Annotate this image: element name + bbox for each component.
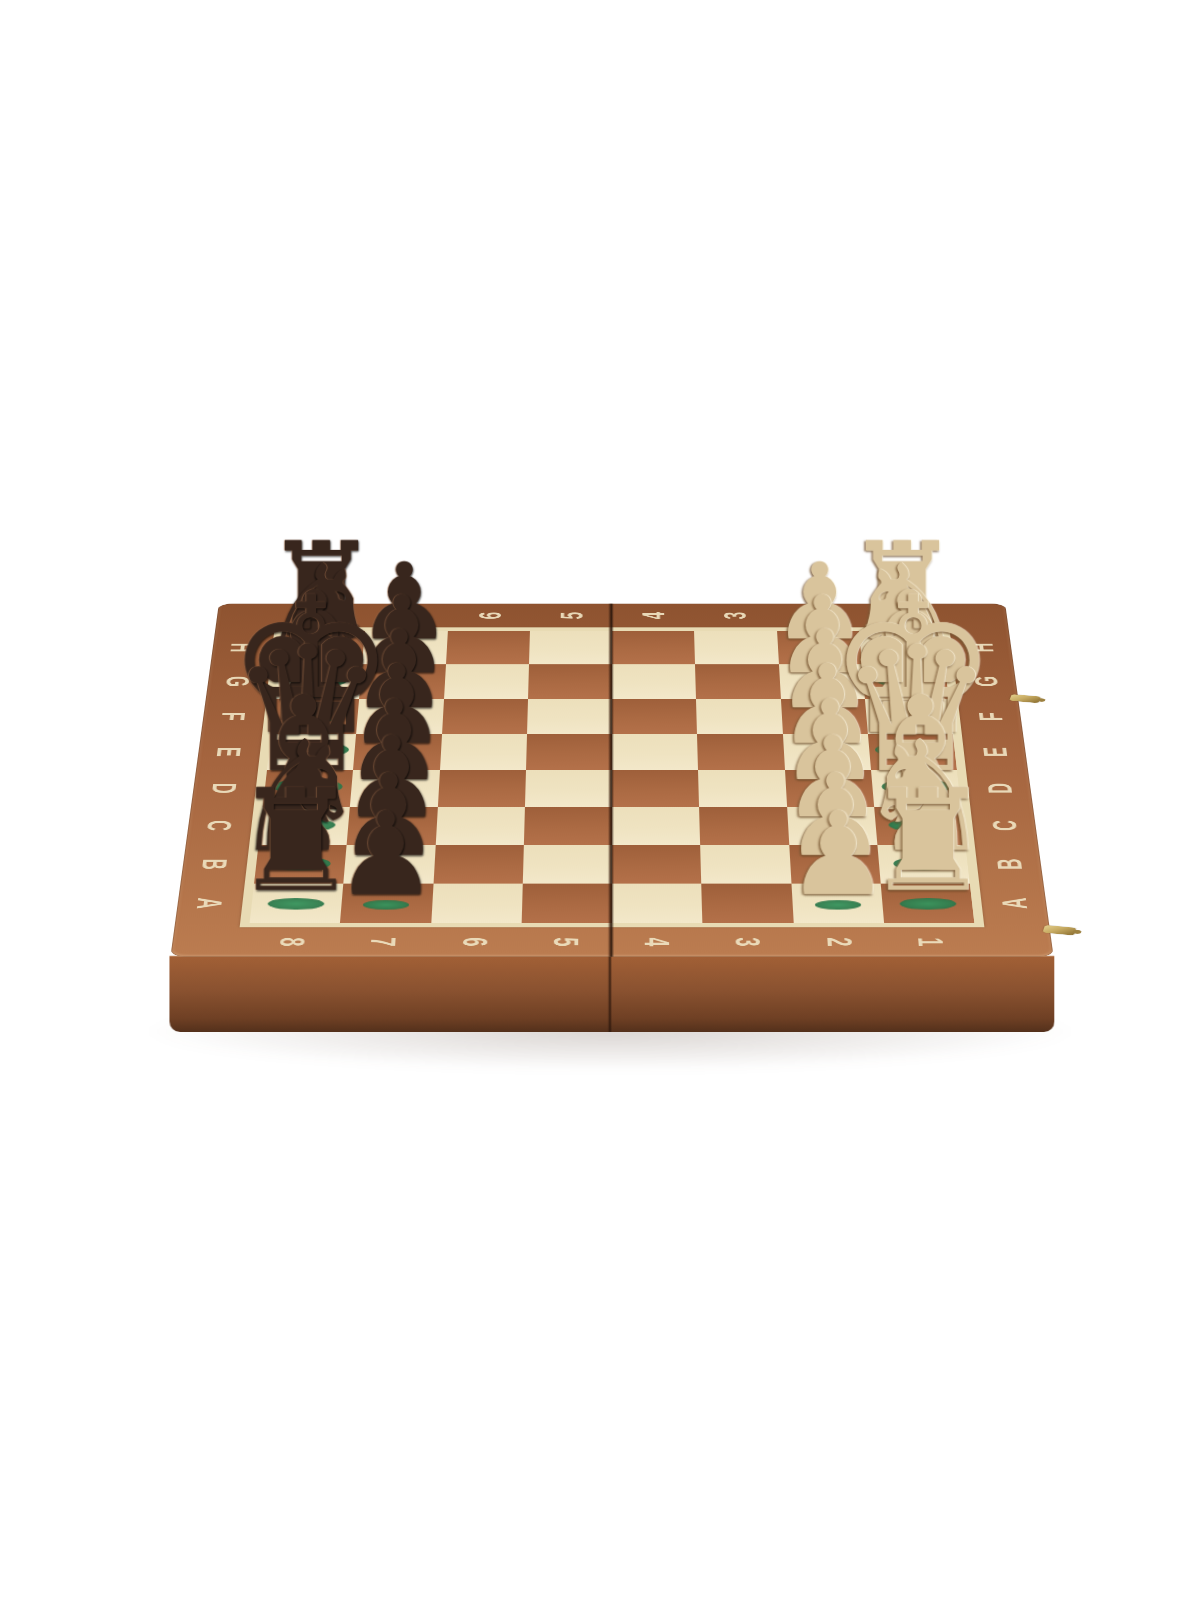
square-g7 bbox=[359, 664, 445, 698]
square-h7 bbox=[362, 631, 447, 665]
square-f7 bbox=[356, 699, 443, 734]
square-a8 bbox=[250, 883, 344, 923]
square-a6 bbox=[431, 883, 523, 923]
square-a3 bbox=[701, 883, 793, 923]
square-e1 bbox=[868, 734, 957, 770]
square-b8 bbox=[254, 845, 347, 884]
box-front-face bbox=[169, 956, 1054, 1032]
square-f5 bbox=[527, 699, 612, 734]
square-h4 bbox=[612, 631, 695, 665]
label-top-1: 1 bbox=[882, 609, 916, 622]
square-g2 bbox=[778, 664, 864, 698]
square-h3 bbox=[694, 631, 778, 665]
label-top-7: 7 bbox=[391, 609, 424, 622]
label-top-3: 3 bbox=[718, 609, 751, 622]
board: HHGGFFEEDDCCBBAA8877665544332211♜♟♟♜♞♟♟♞… bbox=[170, 604, 1053, 957]
photo-canvas: HHGGFFEEDDCCBBAA8877665544332211♜♟♟♜♞♟♟♞… bbox=[0, 0, 1200, 1600]
label-left-G: G bbox=[221, 675, 256, 689]
label-top-2: 2 bbox=[800, 609, 833, 622]
square-g1 bbox=[862, 664, 949, 698]
label-left-A: A bbox=[191, 895, 228, 911]
latch-pin bbox=[1037, 698, 1046, 702]
label-top-4: 4 bbox=[637, 609, 669, 622]
box-front-seam bbox=[608, 956, 612, 1032]
square-g6 bbox=[444, 664, 529, 698]
square-e2 bbox=[782, 734, 870, 770]
square-f6 bbox=[442, 699, 528, 734]
square-h2 bbox=[777, 631, 862, 665]
square-a4 bbox=[612, 883, 703, 923]
square-h8 bbox=[279, 631, 365, 665]
square-b5 bbox=[523, 845, 612, 884]
square-d7 bbox=[350, 770, 439, 807]
square-h6 bbox=[446, 631, 530, 665]
square-g3 bbox=[695, 664, 780, 698]
square-b4 bbox=[612, 845, 701, 884]
label-top-8: 8 bbox=[309, 609, 343, 622]
label-top-6: 6 bbox=[473, 609, 506, 622]
label-right-G: G bbox=[968, 675, 1003, 689]
square-g5 bbox=[528, 664, 612, 698]
square-f1 bbox=[865, 699, 953, 734]
square-e8 bbox=[267, 734, 356, 770]
square-a5 bbox=[521, 883, 612, 923]
square-b6 bbox=[433, 845, 524, 884]
square-e7 bbox=[353, 734, 441, 770]
square-d2 bbox=[785, 770, 874, 807]
square-h1 bbox=[859, 631, 945, 665]
square-a2 bbox=[791, 883, 884, 923]
square-a1 bbox=[880, 883, 974, 923]
square-f2 bbox=[780, 699, 867, 734]
square-d4 bbox=[612, 770, 699, 807]
square-d5 bbox=[525, 770, 612, 807]
square-b1 bbox=[877, 845, 970, 884]
label-right-H: H bbox=[964, 641, 998, 654]
square-e4 bbox=[612, 734, 698, 770]
perspective-layer: HHGGFFEEDDCCBBAA8877665544332211♜♟♟♜♞♟♟♞… bbox=[0, 0, 1200, 1600]
square-b3 bbox=[700, 845, 791, 884]
square-b7 bbox=[344, 845, 436, 884]
square-e5 bbox=[526, 734, 612, 770]
square-f3 bbox=[696, 699, 782, 734]
square-f8 bbox=[271, 699, 359, 734]
square-g4 bbox=[612, 664, 696, 698]
square-h5 bbox=[529, 631, 612, 665]
square-f4 bbox=[612, 699, 697, 734]
square-d3 bbox=[698, 770, 786, 807]
latch-pin bbox=[1072, 930, 1082, 934]
square-d1 bbox=[871, 770, 961, 807]
square-d6 bbox=[437, 770, 525, 807]
square-e6 bbox=[440, 734, 527, 770]
label-right-A: A bbox=[995, 895, 1032, 911]
square-d8 bbox=[263, 770, 353, 807]
label-top-5: 5 bbox=[555, 609, 587, 622]
square-e3 bbox=[697, 734, 784, 770]
square-g8 bbox=[275, 664, 362, 698]
square-b2 bbox=[789, 845, 881, 884]
square-a7 bbox=[340, 883, 433, 923]
label-left-H: H bbox=[225, 641, 259, 654]
